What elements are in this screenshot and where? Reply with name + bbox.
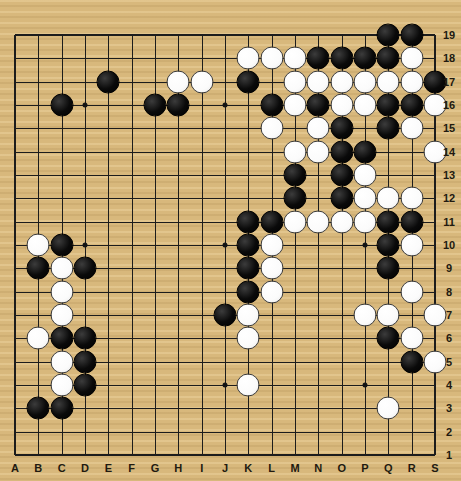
star-point	[362, 382, 367, 387]
black-stone-R19	[400, 24, 423, 47]
white-stone-C7	[50, 303, 73, 326]
white-stone-R18	[400, 47, 423, 70]
row-label-4: 4	[437, 377, 461, 393]
grid-line-horizontal	[15, 408, 435, 409]
star-point	[222, 382, 227, 387]
row-label-8: 8	[437, 284, 461, 300]
row-label-7: 7	[437, 307, 461, 323]
white-stone-N15	[307, 117, 330, 140]
row-label-14: 14	[437, 144, 461, 160]
column-label-I: I	[190, 459, 214, 477]
black-stone-C10	[50, 233, 73, 256]
black-stone-K9	[237, 257, 260, 280]
black-stone-C3	[50, 397, 73, 420]
row-label-19: 19	[437, 27, 461, 43]
column-label-M: M	[283, 459, 307, 477]
black-stone-L16	[260, 93, 283, 116]
white-stone-R10	[400, 233, 423, 256]
black-stone-P18	[353, 47, 376, 70]
row-label-3: 3	[437, 400, 461, 416]
white-stone-I17	[190, 70, 213, 93]
column-label-L: L	[260, 459, 284, 477]
row-label-18: 18	[437, 50, 461, 66]
white-stone-O16	[330, 93, 353, 116]
white-stone-P13	[353, 163, 376, 186]
star-point	[362, 242, 367, 247]
white-stone-Q7	[377, 303, 400, 326]
black-stone-M13	[283, 163, 306, 186]
black-stone-R16	[400, 93, 423, 116]
white-stone-H17	[167, 70, 190, 93]
grid-line-horizontal	[15, 292, 435, 293]
white-stone-L15	[260, 117, 283, 140]
row-label-5: 5	[437, 354, 461, 370]
black-stone-B3	[27, 397, 50, 420]
white-stone-P11	[353, 210, 376, 233]
white-stone-B10	[27, 233, 50, 256]
go-board-screenshot: ABCDEFGHIJKLMNOPQRS 19181716151413121110…	[0, 0, 461, 481]
column-label-B: B	[26, 459, 50, 477]
row-label-17: 17	[437, 74, 461, 90]
white-stone-P7	[353, 303, 376, 326]
white-stone-L10	[260, 233, 283, 256]
black-stone-D4	[73, 373, 96, 396]
star-point	[82, 102, 87, 107]
white-stone-P17	[353, 70, 376, 93]
star-point	[222, 242, 227, 247]
white-stone-O17	[330, 70, 353, 93]
black-stone-K17	[237, 70, 260, 93]
white-stone-R12	[400, 187, 423, 210]
star-point	[222, 102, 227, 107]
white-stone-C5	[50, 350, 73, 373]
row-label-13: 13	[437, 167, 461, 183]
black-stone-O13	[330, 163, 353, 186]
white-stone-B6	[27, 327, 50, 350]
black-stone-N18	[307, 47, 330, 70]
black-stone-K11	[237, 210, 260, 233]
white-stone-Q12	[377, 187, 400, 210]
black-stone-J7	[213, 303, 236, 326]
black-stone-Q10	[377, 233, 400, 256]
go-board[interactable]	[0, 0, 461, 481]
black-stone-C16	[50, 93, 73, 116]
row-label-2: 2	[437, 424, 461, 440]
white-stone-O11	[330, 210, 353, 233]
white-stone-C4	[50, 373, 73, 396]
white-stone-L9	[260, 257, 283, 280]
white-stone-C9	[50, 257, 73, 280]
white-stone-M14	[283, 140, 306, 163]
black-stone-H16	[167, 93, 190, 116]
white-stone-L18	[260, 47, 283, 70]
black-stone-L11	[260, 210, 283, 233]
column-label-E: E	[96, 459, 120, 477]
grid-line-horizontal	[15, 432, 435, 433]
white-stone-K7	[237, 303, 260, 326]
black-stone-N16	[307, 93, 330, 116]
black-stone-O15	[330, 117, 353, 140]
white-stone-N11	[307, 210, 330, 233]
white-stone-M16	[283, 93, 306, 116]
white-stone-Q3	[377, 397, 400, 420]
white-stone-N17	[307, 70, 330, 93]
white-stone-R8	[400, 280, 423, 303]
row-label-1: 1	[437, 447, 461, 463]
column-label-P: P	[353, 459, 377, 477]
white-stone-N14	[307, 140, 330, 163]
grid-line-horizontal	[15, 454, 435, 456]
row-label-16: 16	[437, 97, 461, 113]
black-stone-Q18	[377, 47, 400, 70]
black-stone-M12	[283, 187, 306, 210]
column-label-G: G	[143, 459, 167, 477]
white-stone-M17	[283, 70, 306, 93]
black-stone-Q19	[377, 24, 400, 47]
column-label-J: J	[213, 459, 237, 477]
column-label-K: K	[236, 459, 260, 477]
white-stone-M18	[283, 47, 306, 70]
column-label-O: O	[330, 459, 354, 477]
column-label-A: A	[3, 459, 27, 477]
column-label-Q: Q	[376, 459, 400, 477]
black-stone-C6	[50, 327, 73, 350]
white-stone-P12	[353, 187, 376, 210]
black-stone-Q16	[377, 93, 400, 116]
white-stone-R6	[400, 327, 423, 350]
black-stone-D6	[73, 327, 96, 350]
row-label-6: 6	[437, 330, 461, 346]
black-stone-O18	[330, 47, 353, 70]
row-label-12: 12	[437, 190, 461, 206]
black-stone-Q15	[377, 117, 400, 140]
column-label-C: C	[50, 459, 74, 477]
black-stone-K10	[237, 233, 260, 256]
star-point	[82, 242, 87, 247]
row-label-9: 9	[437, 260, 461, 276]
white-stone-R17	[400, 70, 423, 93]
white-stone-M11	[283, 210, 306, 233]
black-stone-D5	[73, 350, 96, 373]
black-stone-Q11	[377, 210, 400, 233]
black-stone-R11	[400, 210, 423, 233]
row-label-10: 10	[437, 237, 461, 253]
white-stone-K4	[237, 373, 260, 396]
column-label-R: R	[400, 459, 424, 477]
column-label-F: F	[120, 459, 144, 477]
white-stone-Q17	[377, 70, 400, 93]
white-stone-K18	[237, 47, 260, 70]
black-stone-O12	[330, 187, 353, 210]
black-stone-G16	[143, 93, 166, 116]
black-stone-Q6	[377, 327, 400, 350]
white-stone-C8	[50, 280, 73, 303]
white-stone-P16	[353, 93, 376, 116]
white-stone-R15	[400, 117, 423, 140]
row-label-11: 11	[437, 214, 461, 230]
black-stone-B9	[27, 257, 50, 280]
row-label-15: 15	[437, 120, 461, 136]
column-label-H: H	[166, 459, 190, 477]
black-stone-E17	[97, 70, 120, 93]
white-stone-K6	[237, 327, 260, 350]
black-stone-R5	[400, 350, 423, 373]
black-stone-P14	[353, 140, 376, 163]
black-stone-Q9	[377, 257, 400, 280]
black-stone-D9	[73, 257, 96, 280]
black-stone-K8	[237, 280, 260, 303]
white-stone-L8	[260, 280, 283, 303]
column-label-N: N	[306, 459, 330, 477]
column-label-D: D	[73, 459, 97, 477]
black-stone-O14	[330, 140, 353, 163]
